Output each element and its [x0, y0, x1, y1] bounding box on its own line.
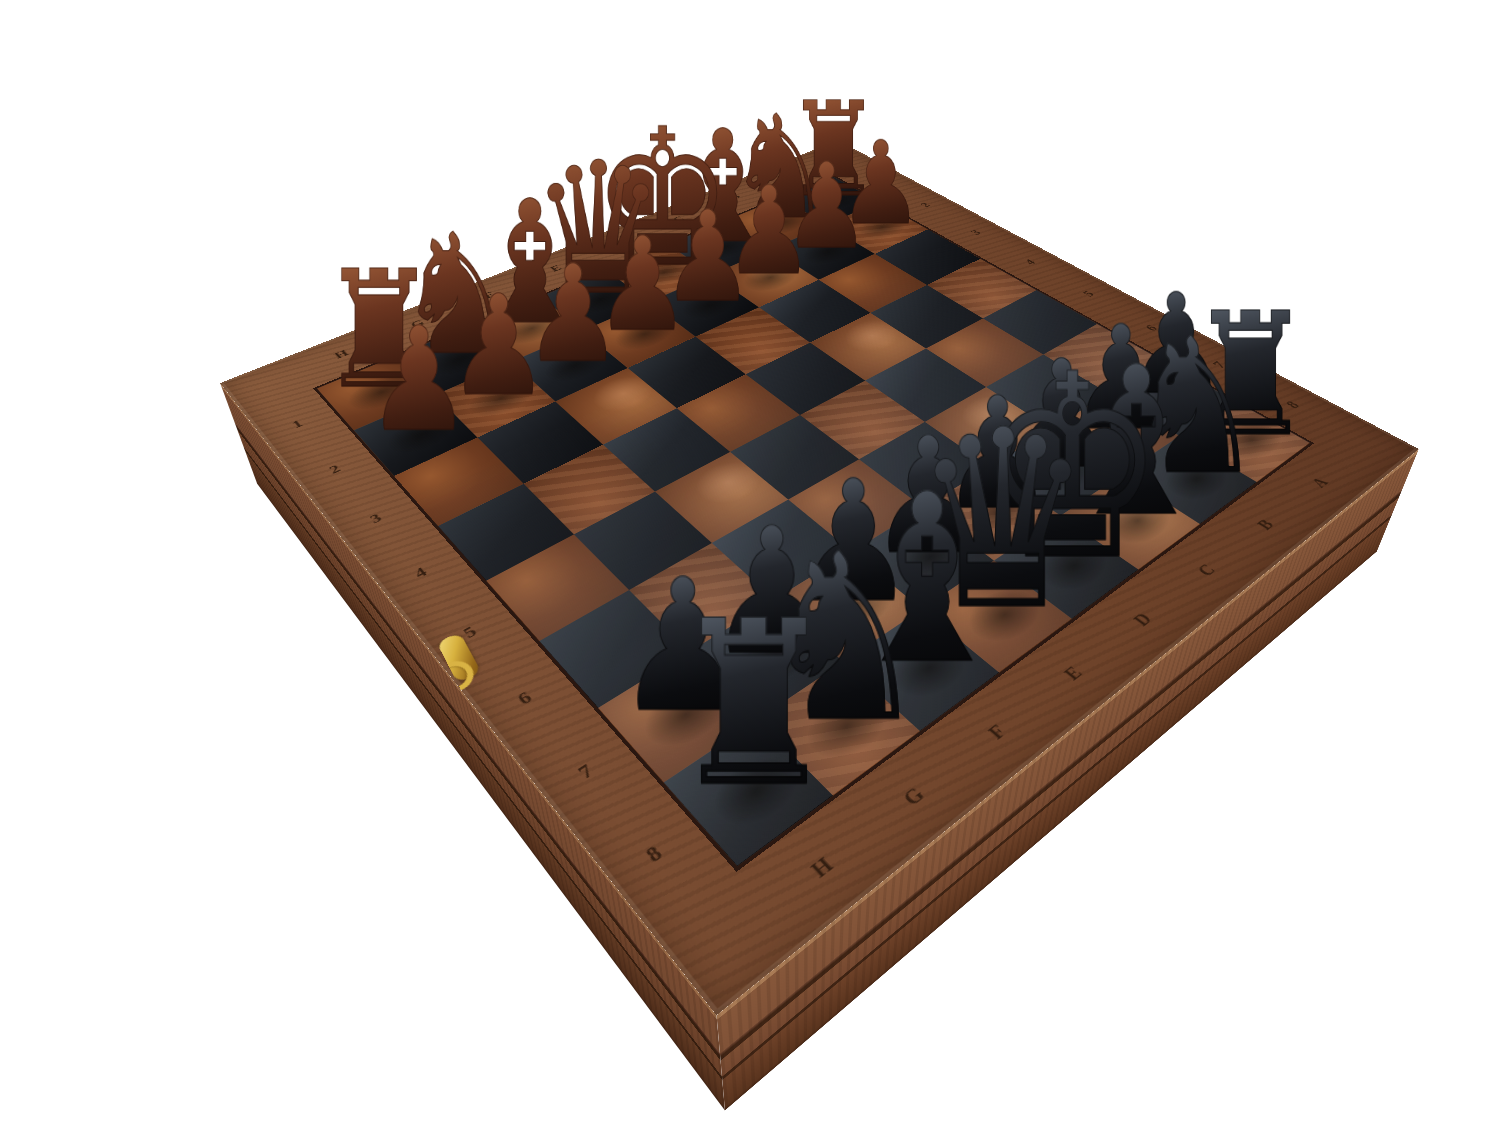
file-label-near-D: D	[1129, 609, 1158, 630]
brown-pawn-h2: ♟	[366, 323, 471, 437]
rank-label-left-4: 4	[411, 564, 431, 581]
rank-label-left-6: 6	[514, 688, 537, 709]
rank-label-right-3: 3	[968, 228, 985, 237]
rank-label-left-1: 1	[289, 418, 305, 431]
box-top-frame: ♜♞♝♛♚♝♞♜♟♟♟♟♟♟♟♟♟♟♟♟♟♟♟♟♜♞♝♛♚♝♞♜ 1122334…	[220, 140, 1419, 1015]
file-label-near-E: E	[1059, 662, 1088, 684]
chess-box-scene: ♜♞♝♛♚♝♞♜♟♟♟♟♟♟♟♟♟♟♟♟♟♟♟♟♜♞♝♛♚♝♞♜ 1122334…	[220, 140, 1419, 1015]
rank-label-left-2: 2	[326, 462, 343, 477]
file-label-near-A: A	[1307, 474, 1333, 491]
file-label-near-G: G	[898, 783, 930, 811]
file-label-near-B: B	[1253, 516, 1279, 534]
black-rook-h8: ♜	[671, 614, 838, 796]
rank-label-left-3: 3	[367, 511, 386, 527]
rank-label-left-7: 7	[574, 760, 598, 784]
rank-label-right-4: 4	[1022, 257, 1040, 266]
rank-label-left-8: 8	[641, 841, 668, 868]
file-label-near-C: C	[1193, 561, 1221, 580]
square-h8: ♜	[664, 719, 833, 866]
file-label-near-H: H	[806, 852, 839, 883]
file-label-near-F: F	[983, 721, 1012, 745]
